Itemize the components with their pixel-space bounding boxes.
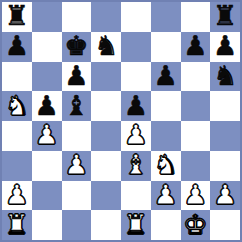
black-pawn[interactable]: ♟ — [35, 92, 59, 119]
black-bishop[interactable]: ♝ — [64, 92, 88, 119]
square-a1[interactable]: ♜ — [2, 210, 32, 240]
square-g8[interactable] — [181, 2, 211, 32]
square-g4[interactable] — [181, 121, 211, 151]
square-g6[interactable] — [181, 62, 211, 92]
square-b8[interactable] — [32, 2, 62, 32]
square-h3[interactable] — [210, 151, 240, 181]
square-b7[interactable] — [32, 32, 62, 62]
square-c4[interactable] — [62, 121, 92, 151]
square-g2[interactable]: ♟ — [181, 181, 211, 211]
square-a6[interactable] — [2, 62, 32, 92]
white-pawn[interactable]: ♟ — [35, 121, 59, 148]
square-f1[interactable] — [151, 210, 181, 240]
square-b1[interactable] — [32, 210, 62, 240]
black-pawn[interactable]: ♟ — [64, 62, 88, 89]
black-knight[interactable]: ♞ — [213, 62, 237, 89]
square-c5[interactable]: ♝ — [62, 91, 92, 121]
square-c8[interactable] — [62, 2, 92, 32]
square-g7[interactable]: ♟ — [181, 32, 211, 62]
square-e7[interactable] — [121, 32, 151, 62]
square-e2[interactable] — [121, 181, 151, 211]
square-d4[interactable] — [91, 121, 121, 151]
chess-board: ♜♜♟♚♞♟♟♟♟♞♞♟♝♟♟♟♟♝♞♟♟♟♟♜♜♚ — [0, 0, 242, 242]
black-pawn[interactable]: ♟ — [124, 92, 148, 119]
white-knight[interactable]: ♞ — [154, 151, 178, 178]
square-f8[interactable] — [151, 2, 181, 32]
square-h2[interactable]: ♟ — [210, 181, 240, 211]
square-h1[interactable] — [210, 210, 240, 240]
square-e8[interactable] — [121, 2, 151, 32]
square-f6[interactable]: ♟ — [151, 62, 181, 92]
square-a3[interactable] — [2, 151, 32, 181]
square-c6[interactable]: ♟ — [62, 62, 92, 92]
square-h8[interactable]: ♜ — [210, 2, 240, 32]
square-g3[interactable] — [181, 151, 211, 181]
white-pawn[interactable]: ♟ — [124, 121, 148, 148]
square-e5[interactable]: ♟ — [121, 91, 151, 121]
square-c7[interactable]: ♚ — [62, 32, 92, 62]
white-rook[interactable]: ♜ — [124, 211, 148, 238]
square-d5[interactable] — [91, 91, 121, 121]
square-a4[interactable] — [2, 121, 32, 151]
square-b4[interactable]: ♟ — [32, 121, 62, 151]
square-d7[interactable]: ♞ — [91, 32, 121, 62]
square-f5[interactable] — [151, 91, 181, 121]
white-king[interactable]: ♚ — [183, 211, 207, 238]
square-h5[interactable] — [210, 91, 240, 121]
square-c3[interactable]: ♟ — [62, 151, 92, 181]
black-rook[interactable]: ♜ — [5, 2, 29, 29]
square-g1[interactable]: ♚ — [181, 210, 211, 240]
square-b3[interactable] — [32, 151, 62, 181]
black-pawn[interactable]: ♟ — [213, 32, 237, 59]
square-d6[interactable] — [91, 62, 121, 92]
square-a8[interactable]: ♜ — [2, 2, 32, 32]
white-knight[interactable]: ♞ — [5, 92, 29, 119]
square-c2[interactable] — [62, 181, 92, 211]
square-b6[interactable] — [32, 62, 62, 92]
square-e4[interactable]: ♟ — [121, 121, 151, 151]
white-pawn[interactable]: ♟ — [183, 181, 207, 208]
square-f4[interactable] — [151, 121, 181, 151]
black-pawn[interactable]: ♟ — [154, 62, 178, 89]
square-a7[interactable]: ♟ — [2, 32, 32, 62]
black-rook[interactable]: ♜ — [213, 2, 237, 29]
square-h4[interactable] — [210, 121, 240, 151]
black-pawn[interactable]: ♟ — [5, 32, 29, 59]
square-h6[interactable]: ♞ — [210, 62, 240, 92]
square-f2[interactable]: ♟ — [151, 181, 181, 211]
square-d1[interactable] — [91, 210, 121, 240]
square-a2[interactable]: ♟ — [2, 181, 32, 211]
white-pawn[interactable]: ♟ — [154, 181, 178, 208]
square-b2[interactable] — [32, 181, 62, 211]
white-rook[interactable]: ♜ — [5, 211, 29, 238]
black-king[interactable]: ♚ — [64, 32, 88, 59]
square-b5[interactable]: ♟ — [32, 91, 62, 121]
square-d3[interactable] — [91, 151, 121, 181]
square-e3[interactable]: ♝ — [121, 151, 151, 181]
white-pawn[interactable]: ♟ — [213, 181, 237, 208]
white-bishop[interactable]: ♝ — [124, 151, 148, 178]
square-d8[interactable] — [91, 2, 121, 32]
square-f3[interactable]: ♞ — [151, 151, 181, 181]
square-f7[interactable] — [151, 32, 181, 62]
black-pawn[interactable]: ♟ — [183, 32, 207, 59]
square-e6[interactable] — [121, 62, 151, 92]
white-pawn[interactable]: ♟ — [5, 181, 29, 208]
square-d2[interactable] — [91, 181, 121, 211]
square-h7[interactable]: ♟ — [210, 32, 240, 62]
white-pawn[interactable]: ♟ — [64, 151, 88, 178]
square-g5[interactable] — [181, 91, 211, 121]
square-e1[interactable]: ♜ — [121, 210, 151, 240]
square-a5[interactable]: ♞ — [2, 91, 32, 121]
black-knight[interactable]: ♞ — [94, 32, 118, 59]
square-c1[interactable] — [62, 210, 92, 240]
